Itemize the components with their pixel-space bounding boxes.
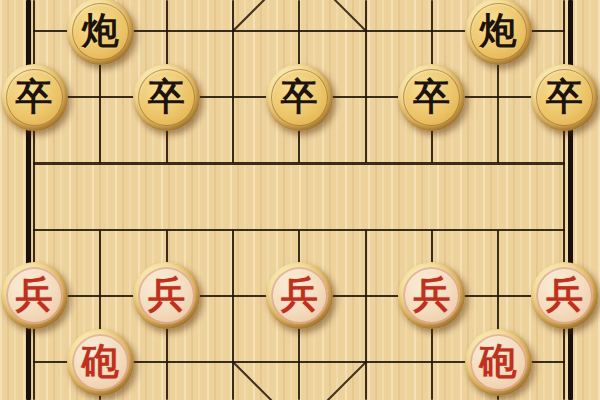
piece-red-cannon[interactable]: 砲	[67, 329, 134, 396]
file-line-1	[33, 0, 35, 400]
piece-black-cannon[interactable]: 炮	[465, 0, 532, 65]
piece-black-soldier[interactable]: 卒	[133, 64, 200, 131]
piece-face: 兵	[271, 267, 328, 324]
file-line-6	[365, 0, 367, 163]
file-line-4	[232, 0, 234, 163]
piece-character: 炮	[480, 12, 517, 49]
file-line-4	[232, 230, 234, 400]
piece-face: 卒	[536, 69, 593, 126]
piece-red-soldier[interactable]: 兵	[398, 262, 465, 329]
piece-red-soldier[interactable]: 兵	[531, 262, 598, 329]
piece-face: 卒	[403, 69, 460, 126]
piece-face: 砲	[72, 334, 129, 391]
piece-face: 兵	[403, 267, 460, 324]
piece-character: 兵	[148, 276, 185, 313]
piece-red-soldier[interactable]: 兵	[1, 262, 68, 329]
piece-red-soldier[interactable]: 兵	[266, 262, 333, 329]
piece-face: 卒	[138, 69, 195, 126]
piece-face: 炮	[470, 3, 527, 60]
piece-face: 兵	[6, 267, 63, 324]
piece-face: 兵	[138, 267, 195, 324]
piece-black-soldier[interactable]: 卒	[266, 64, 333, 131]
piece-face: 炮	[72, 3, 129, 60]
black-palace-diagonal	[232, 0, 300, 32]
piece-face: 卒	[6, 69, 63, 126]
piece-black-soldier[interactable]: 卒	[1, 64, 68, 131]
piece-red-soldier[interactable]: 兵	[133, 262, 200, 329]
piece-character: 砲	[82, 343, 119, 380]
piece-red-cannon[interactable]: 砲	[465, 329, 532, 396]
piece-face: 砲	[470, 334, 527, 391]
right-border	[568, 0, 573, 400]
piece-face: 兵	[536, 267, 593, 324]
piece-character: 兵	[413, 276, 450, 313]
piece-black-cannon[interactable]: 炮	[67, 0, 134, 65]
left-border	[26, 0, 31, 400]
black-palace-diagonal	[298, 0, 366, 32]
piece-character: 卒	[148, 78, 185, 115]
piece-character: 兵	[281, 276, 318, 313]
rank-line-5	[33, 162, 565, 165]
piece-character: 炮	[82, 12, 119, 49]
rank-line-6	[33, 229, 565, 232]
piece-character: 卒	[281, 78, 318, 115]
file-line-6	[365, 230, 367, 400]
red-palace-diagonal	[298, 361, 366, 400]
red-palace-diagonal	[232, 361, 300, 400]
file-line-9	[563, 0, 565, 400]
piece-black-soldier[interactable]: 卒	[398, 64, 465, 131]
piece-face: 卒	[271, 69, 328, 126]
xiangqi-board: 炮炮卒卒卒卒卒兵兵兵兵兵砲砲	[0, 0, 600, 400]
piece-character: 兵	[16, 276, 53, 313]
piece-character: 砲	[480, 343, 517, 380]
piece-character: 卒	[16, 78, 53, 115]
piece-character: 卒	[546, 78, 583, 115]
piece-black-soldier[interactable]: 卒	[531, 64, 598, 131]
piece-character: 兵	[546, 276, 583, 313]
piece-character: 卒	[413, 78, 450, 115]
